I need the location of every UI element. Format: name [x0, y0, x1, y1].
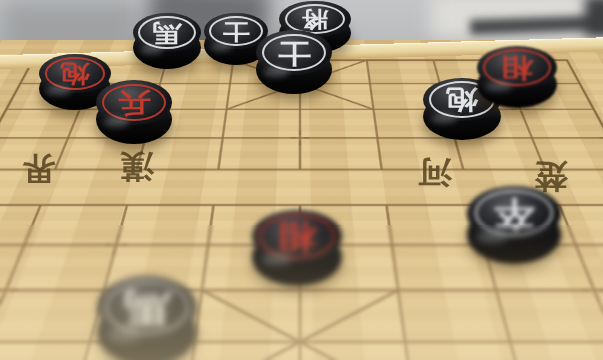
- piece-red-elephant-right[interactable]: 相: [477, 46, 557, 108]
- piece-character: 相: [252, 215, 342, 259]
- river-char: 界: [22, 153, 56, 184]
- piece-character: 士: [256, 34, 332, 71]
- piece-character: 卒: [467, 191, 561, 236]
- piece-character: 馬: [133, 17, 201, 49]
- piece-black-horse-near[interactable]: 馬: [97, 276, 197, 360]
- piece-red-soldier[interactable]: 兵: [96, 80, 172, 144]
- piece-red-elephant-mid[interactable]: 相: [252, 210, 342, 286]
- piece-black-advisor-2[interactable]: 士: [256, 30, 332, 94]
- piece-character: 相: [477, 50, 557, 86]
- blurred-corner: [585, 0, 603, 36]
- piece-black-soldier[interactable]: 卒: [467, 186, 561, 264]
- river-char: 漢: [120, 151, 154, 182]
- xiangqi-photo-scene: 界漢河楚 馬士將士炮卒馬炮兵相相: [0, 0, 603, 360]
- piece-black-horse-far[interactable]: 馬: [133, 13, 201, 69]
- piece-character: 兵: [96, 84, 172, 121]
- river-char: 河: [418, 157, 452, 188]
- piece-character: 馬: [97, 282, 197, 334]
